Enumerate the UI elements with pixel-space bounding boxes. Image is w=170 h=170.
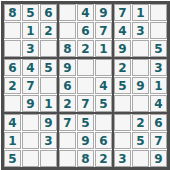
given-cell-r6c3: 1	[40, 95, 57, 112]
empty-cell-r9c4[interactable]	[59, 150, 76, 167]
empty-cell-r8c2[interactable]	[22, 132, 39, 149]
empty-cell-r8c4[interactable]	[59, 132, 76, 149]
box-6: 235914	[113, 58, 168, 113]
empty-cell-r5c3[interactable]	[40, 77, 57, 94]
given-cell-r2c3: 2	[40, 22, 57, 39]
given-cell-r7c3: 9	[40, 114, 57, 131]
empty-cell-r3c3[interactable]	[40, 40, 57, 57]
given-cell-r2c2: 1	[22, 22, 39, 39]
sudoku-grid: 8561234967821714395645279196427523591449…	[3, 3, 168, 168]
given-cell-r1c6: 9	[95, 4, 112, 21]
empty-cell-r7c6[interactable]	[95, 114, 112, 131]
given-cell-r7c1: 4	[4, 114, 21, 131]
empty-cell-r1c9[interactable]	[150, 4, 167, 21]
given-cell-r3c2: 3	[22, 40, 39, 57]
given-cell-r2c6: 7	[95, 22, 112, 39]
empty-cell-r2c9[interactable]	[150, 22, 167, 39]
given-cell-r5c7: 5	[114, 77, 131, 94]
given-cell-r1c7: 7	[114, 4, 131, 21]
box-9: 265739	[113, 113, 168, 168]
given-cell-r4c2: 4	[22, 59, 39, 76]
empty-cell-r9c3[interactable]	[40, 150, 57, 167]
given-cell-r1c8: 1	[132, 4, 149, 21]
empty-cell-r2c1[interactable]	[4, 22, 21, 39]
empty-cell-r5c5[interactable]	[77, 77, 94, 94]
given-cell-r8c8: 5	[132, 132, 149, 149]
given-cell-r4c9: 3	[150, 59, 167, 76]
empty-cell-r1c4[interactable]	[59, 4, 76, 21]
given-cell-r1c3: 6	[40, 4, 57, 21]
given-cell-r5c2: 7	[22, 77, 39, 94]
empty-cell-r6c1[interactable]	[4, 95, 21, 112]
given-cell-r8c1: 1	[4, 132, 21, 149]
given-cell-r1c1: 8	[4, 4, 21, 21]
empty-cell-r4c5[interactable]	[77, 59, 94, 76]
given-cell-r4c1: 6	[4, 59, 21, 76]
given-cell-r6c4: 2	[59, 95, 76, 112]
box-7: 49135	[3, 113, 58, 168]
box-4: 6452791	[3, 58, 58, 113]
given-cell-r4c3: 5	[40, 59, 57, 76]
box-2: 4967821	[58, 3, 113, 58]
given-cell-r3c9: 5	[150, 40, 167, 57]
given-cell-r7c5: 5	[77, 114, 94, 131]
given-cell-r9c6: 2	[95, 150, 112, 167]
given-cell-r5c9: 1	[150, 77, 167, 94]
given-cell-r8c9: 7	[150, 132, 167, 149]
given-cell-r3c4: 8	[59, 40, 76, 57]
empty-cell-r6c7[interactable]	[114, 95, 131, 112]
empty-cell-r7c7[interactable]	[114, 114, 131, 131]
box-3: 714395	[113, 3, 168, 58]
given-cell-r5c4: 6	[59, 77, 76, 94]
given-cell-r3c5: 2	[77, 40, 94, 57]
given-cell-r6c6: 5	[95, 95, 112, 112]
given-cell-r7c9: 6	[150, 114, 167, 131]
given-cell-r1c5: 4	[77, 4, 94, 21]
given-cell-r5c8: 9	[132, 77, 149, 94]
given-cell-r8c6: 6	[95, 132, 112, 149]
empty-cell-r2c4[interactable]	[59, 22, 76, 39]
box-5: 964275	[58, 58, 113, 113]
empty-cell-r3c1[interactable]	[4, 40, 21, 57]
given-cell-r8c5: 9	[77, 132, 94, 149]
given-cell-r4c7: 2	[114, 59, 131, 76]
given-cell-r2c7: 4	[114, 22, 131, 39]
given-cell-r2c8: 3	[132, 22, 149, 39]
given-cell-r9c7: 3	[114, 150, 131, 167]
given-cell-r6c9: 4	[150, 95, 167, 112]
given-cell-r9c9: 9	[150, 150, 167, 167]
given-cell-r7c4: 7	[59, 114, 76, 131]
given-cell-r5c6: 4	[95, 77, 112, 94]
empty-cell-r4c6[interactable]	[95, 59, 112, 76]
given-cell-r8c3: 3	[40, 132, 57, 149]
given-cell-r1c2: 5	[22, 4, 39, 21]
given-cell-r5c1: 2	[4, 77, 21, 94]
given-cell-r9c1: 5	[4, 150, 21, 167]
given-cell-r3c7: 9	[114, 40, 131, 57]
empty-cell-r8c7[interactable]	[114, 132, 131, 149]
box-8: 759682	[58, 113, 113, 168]
given-cell-r2c5: 6	[77, 22, 94, 39]
given-cell-r7c8: 2	[132, 114, 149, 131]
given-cell-r3c6: 1	[95, 40, 112, 57]
sudoku-board: 8561234967821714395645279196427523591449…	[1, 1, 170, 170]
given-cell-r6c2: 9	[22, 95, 39, 112]
given-cell-r9c5: 8	[77, 150, 94, 167]
empty-cell-r6c8[interactable]	[132, 95, 149, 112]
box-1: 856123	[3, 3, 58, 58]
given-cell-r4c4: 9	[59, 59, 76, 76]
empty-cell-r9c2[interactable]	[22, 150, 39, 167]
empty-cell-r7c2[interactable]	[22, 114, 39, 131]
empty-cell-r9c8[interactable]	[132, 150, 149, 167]
given-cell-r6c5: 7	[77, 95, 94, 112]
empty-cell-r4c8[interactable]	[132, 59, 149, 76]
empty-cell-r3c8[interactable]	[132, 40, 149, 57]
